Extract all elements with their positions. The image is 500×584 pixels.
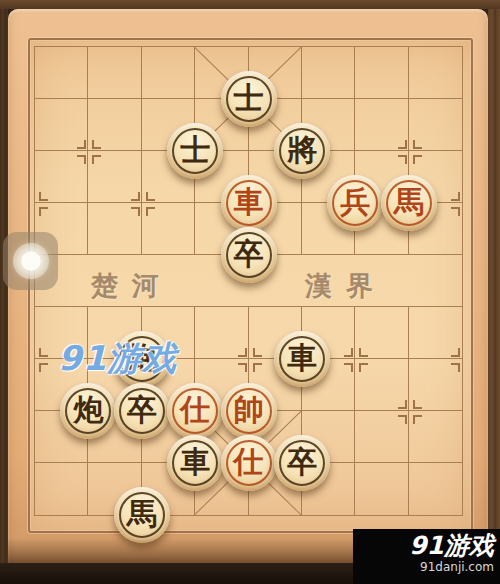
black-soldier[interactable]: 卒 xyxy=(274,435,330,491)
board-cell[interactable] xyxy=(142,47,195,99)
piece-label: 卒 xyxy=(127,395,157,425)
point-marker xyxy=(359,348,368,357)
piece-label: 仕 xyxy=(180,395,210,425)
point-marker xyxy=(413,415,422,424)
footer-site-url: 91danji.com xyxy=(353,560,494,575)
wood-border-left xyxy=(0,9,8,565)
point-marker xyxy=(344,363,353,372)
piece-label: 將 xyxy=(287,135,317,165)
red-general[interactable]: 帥 xyxy=(221,383,277,439)
red-advisor[interactable]: 仕 xyxy=(221,435,277,491)
point-marker xyxy=(39,192,48,201)
black-soldier[interactable]: 卒 xyxy=(114,383,170,439)
red-soldier[interactable]: 兵 xyxy=(327,175,383,231)
point-marker xyxy=(359,363,368,372)
point-marker xyxy=(146,207,155,216)
point-marker xyxy=(92,140,101,149)
piece-label: 車 xyxy=(234,187,264,217)
river-label-right: 漢界 xyxy=(286,269,406,303)
watermark-logo-overlay: 91游戏 xyxy=(58,336,177,382)
red-chariot[interactable]: 車 xyxy=(221,175,277,231)
black-general[interactable]: 將 xyxy=(274,123,330,179)
point-marker xyxy=(39,363,48,372)
black-chariot[interactable]: 車 xyxy=(167,435,223,491)
point-marker xyxy=(238,348,247,357)
point-marker xyxy=(131,192,140,201)
board-cell[interactable] xyxy=(409,255,462,307)
point-marker xyxy=(344,348,353,357)
board-cell[interactable] xyxy=(35,463,88,515)
wood-border-right xyxy=(488,9,500,565)
piece-label: 卒 xyxy=(234,239,264,269)
piece-label: 炮 xyxy=(73,395,103,425)
floating-assist-button[interactable] xyxy=(3,232,58,290)
point-marker xyxy=(413,400,422,409)
piece-label: 車 xyxy=(180,447,210,477)
black-horse[interactable]: 馬 xyxy=(114,487,170,543)
point-marker xyxy=(398,415,407,424)
piece-label: 仕 xyxy=(234,447,264,477)
point-marker xyxy=(131,207,140,216)
point-marker xyxy=(398,155,407,164)
piece-label: 帥 xyxy=(234,395,264,425)
board-cell[interactable] xyxy=(355,463,408,515)
point-marker xyxy=(451,348,460,357)
point-marker xyxy=(398,400,407,409)
piece-label: 士 xyxy=(234,83,264,113)
red-horse[interactable]: 馬 xyxy=(381,175,437,231)
black-advisor[interactable]: 士 xyxy=(221,71,277,127)
point-marker xyxy=(253,348,262,357)
piece-label: 士 xyxy=(180,135,210,165)
point-marker xyxy=(146,192,155,201)
board-cell[interactable] xyxy=(355,47,408,99)
point-marker xyxy=(77,140,86,149)
board-cell[interactable] xyxy=(35,47,88,99)
piece-label: 卒 xyxy=(287,447,317,477)
wood-border-top xyxy=(0,0,500,9)
board-cell[interactable] xyxy=(302,47,355,99)
point-marker xyxy=(39,207,48,216)
black-soldier[interactable]: 卒 xyxy=(221,227,277,283)
point-marker xyxy=(238,363,247,372)
point-marker xyxy=(253,363,262,372)
black-advisor[interactable]: 士 xyxy=(167,123,223,179)
point-marker xyxy=(413,155,422,164)
point-marker xyxy=(39,348,48,357)
point-marker xyxy=(92,155,101,164)
piece-label: 車 xyxy=(287,343,317,373)
board-cell[interactable] xyxy=(409,463,462,515)
board-cell[interactable] xyxy=(88,47,141,99)
point-marker xyxy=(451,207,460,216)
point-marker xyxy=(451,363,460,372)
piece-label: 兵 xyxy=(340,187,370,217)
point-marker xyxy=(398,140,407,149)
red-advisor[interactable]: 仕 xyxy=(167,383,223,439)
black-cannon[interactable]: 炮 xyxy=(60,383,116,439)
footer-watermark: 91游戏 91danji.com xyxy=(353,529,500,584)
point-marker xyxy=(413,140,422,149)
piece-label: 馬 xyxy=(394,187,424,217)
assist-dot-icon xyxy=(21,251,41,271)
black-chariot[interactable]: 車 xyxy=(274,331,330,387)
game-screen: 楚河 漢界 士士將車兵馬卒炮車炮卒仕帥車仕卒馬 91游戏 91游戏 91danj… xyxy=(0,0,500,584)
river-label-left: 楚河 xyxy=(72,269,192,303)
point-marker xyxy=(451,192,460,201)
piece-label: 馬 xyxy=(127,499,157,529)
footer-logo: 91游戏 xyxy=(353,532,494,560)
board-cell[interactable] xyxy=(409,47,462,99)
point-marker xyxy=(77,155,86,164)
